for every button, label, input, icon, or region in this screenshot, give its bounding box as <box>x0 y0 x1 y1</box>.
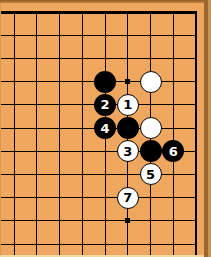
grid-line-col-S <box>173 11 174 255</box>
stone-white-R14 <box>140 117 162 139</box>
move-number: 5 <box>146 168 155 181</box>
stone-white-Q13: 3 <box>117 140 139 162</box>
move-number: 7 <box>123 191 132 204</box>
grid-line-col-N <box>59 11 60 255</box>
grid-line-row-9 <box>0 244 197 245</box>
frame-border-top <box>0 0 211 3</box>
stone-white-Q15: 1 <box>117 94 139 116</box>
move-number: 2 <box>100 98 109 111</box>
stone-white-R16 <box>140 71 162 93</box>
grid-line-col-M <box>36 11 37 255</box>
grid-line-row-11 <box>0 197 197 198</box>
star-point-Q10 <box>125 218 130 223</box>
stone-black-P16 <box>94 71 116 93</box>
stone-black-R13 <box>140 140 162 162</box>
stone-white-Q11: 7 <box>117 187 139 209</box>
stone-black-P14: 4 <box>94 117 116 139</box>
grid-line-col-L <box>14 11 15 255</box>
grid-line-row-10 <box>0 220 197 221</box>
grid-line-row-18 <box>0 35 197 36</box>
grid-line-row-19 <box>0 11 197 14</box>
grid-line-col-O <box>82 11 83 255</box>
stone-black-S13: 6 <box>162 140 184 162</box>
stone-black-Q14 <box>117 117 139 139</box>
stone-white-R12: 5 <box>140 163 162 185</box>
move-number: 1 <box>123 98 132 111</box>
go-board: 1234657 <box>0 3 204 255</box>
grid-line-col-T <box>195 11 197 255</box>
move-number: 3 <box>123 145 132 158</box>
star-point-Q16 <box>125 79 130 84</box>
grid-line-row-17 <box>0 58 197 59</box>
frame-border-left <box>0 3 1 255</box>
frame-border-right <box>204 0 211 257</box>
grid-line-row-12 <box>0 174 197 175</box>
move-number: 6 <box>169 145 178 158</box>
go-diagram: 1234657 <box>0 0 211 257</box>
move-number: 4 <box>100 122 109 135</box>
stone-black-P15: 2 <box>94 94 116 116</box>
